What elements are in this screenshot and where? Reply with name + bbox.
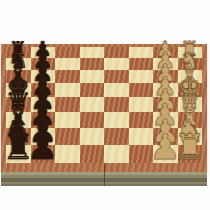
- square-h3[interactable]: [129, 47, 154, 58]
- square-a3[interactable]: [129, 145, 154, 163]
- square-e5[interactable]: [80, 83, 105, 97]
- square-a8[interactable]: ♜: [6, 145, 31, 163]
- piece-white-pawn: ♟: [156, 39, 175, 60]
- square-h2[interactable]: ♟: [153, 47, 178, 58]
- square-b3[interactable]: [129, 128, 154, 145]
- square-c1[interactable]: ♝: [178, 112, 203, 128]
- square-g3[interactable]: [129, 58, 154, 70]
- square-d4[interactable]: [104, 97, 129, 112]
- square-g2[interactable]: ♟: [153, 58, 178, 70]
- square-f3[interactable]: [129, 70, 154, 83]
- square-g7[interactable]: ♟: [31, 58, 56, 70]
- square-c2[interactable]: ♟: [153, 112, 178, 128]
- square-a6[interactable]: [55, 145, 80, 163]
- square-e8[interactable]: ♚: [6, 83, 31, 97]
- square-e4[interactable]: [104, 83, 129, 97]
- square-f6[interactable]: [55, 70, 80, 83]
- square-e7[interactable]: ♟: [31, 83, 56, 97]
- square-e3[interactable]: [129, 83, 154, 97]
- square-c7[interactable]: ♟: [31, 112, 56, 128]
- square-f5[interactable]: [80, 70, 105, 83]
- square-d6[interactable]: [55, 97, 80, 112]
- square-f2[interactable]: ♟: [153, 70, 178, 83]
- square-b7[interactable]: ♟: [31, 128, 56, 145]
- square-c4[interactable]: [104, 112, 129, 128]
- square-h7[interactable]: ♟: [31, 47, 56, 58]
- square-g5[interactable]: [80, 58, 105, 70]
- square-a4[interactable]: [104, 145, 129, 163]
- square-c5[interactable]: [80, 112, 105, 128]
- square-c3[interactable]: [129, 112, 154, 128]
- square-d5[interactable]: [80, 97, 105, 112]
- square-d1[interactable]: ♛: [178, 97, 203, 112]
- square-g4[interactable]: [104, 58, 129, 70]
- square-b4[interactable]: [104, 128, 129, 145]
- square-b8[interactable]: ♞: [6, 128, 31, 145]
- board-squares: ♜♟♟♜♞♟♟♞♝♟♟♝♚♟♟♚♛♟♟♛♝♟♟♝♞♟♟♞♜♟♟♜: [6, 47, 202, 163]
- square-h1[interactable]: ♜: [178, 47, 203, 58]
- board-side-edge: [1, 172, 207, 186]
- square-h6[interactable]: [55, 47, 80, 58]
- square-e6[interactable]: [55, 83, 80, 97]
- chess-board: ♜♟♟♜♞♟♟♞♝♟♟♝♚♟♟♚♛♟♟♛♝♟♟♝♞♟♟♞♜♟♟♜: [1, 44, 207, 186]
- square-b6[interactable]: [55, 128, 80, 145]
- square-f8[interactable]: ♝: [6, 70, 31, 83]
- square-a5[interactable]: [80, 145, 105, 163]
- square-f1[interactable]: ♝: [178, 70, 203, 83]
- square-d2[interactable]: ♟: [153, 97, 178, 112]
- piece-black-rook: ♜: [9, 39, 28, 60]
- square-e2[interactable]: ♟: [153, 83, 178, 97]
- square-h5[interactable]: [80, 47, 105, 58]
- board-front-seam: [104, 163, 105, 172]
- square-g6[interactable]: [55, 58, 80, 70]
- square-b2[interactable]: ♟: [153, 128, 178, 145]
- square-h8[interactable]: ♜: [6, 47, 31, 58]
- square-a2[interactable]: ♟: [153, 145, 178, 163]
- square-b5[interactable]: [80, 128, 105, 145]
- board-frame: ♜♟♟♜♞♟♟♞♝♟♟♝♚♟♟♚♛♟♟♛♝♟♟♝♞♟♟♞♜♟♟♜: [1, 44, 207, 172]
- board-side-fold-seam: [104, 172, 105, 186]
- square-b1[interactable]: ♞: [178, 128, 203, 145]
- piece-white-rook: ♜: [180, 39, 199, 60]
- chess-set-photo: ♜♟♟♜♞♟♟♞♝♟♟♝♚♟♟♚♛♟♟♛♝♟♟♝♞♟♟♞♜♟♟♜: [0, 0, 210, 210]
- square-c8[interactable]: ♝: [6, 112, 31, 128]
- piece-black-pawn: ♟: [33, 39, 52, 60]
- square-h4[interactable]: [104, 47, 129, 58]
- square-d8[interactable]: ♛: [6, 97, 31, 112]
- square-g8[interactable]: ♞: [6, 58, 31, 70]
- square-e1[interactable]: ♚: [178, 83, 203, 97]
- square-a1[interactable]: ♜: [178, 145, 203, 163]
- square-d7[interactable]: ♟: [31, 97, 56, 112]
- square-a7[interactable]: ♟: [31, 145, 56, 163]
- square-f4[interactable]: [104, 70, 129, 83]
- square-g1[interactable]: ♞: [178, 58, 203, 70]
- square-d3[interactable]: [129, 97, 154, 112]
- square-f7[interactable]: ♟: [31, 70, 56, 83]
- square-c6[interactable]: [55, 112, 80, 128]
